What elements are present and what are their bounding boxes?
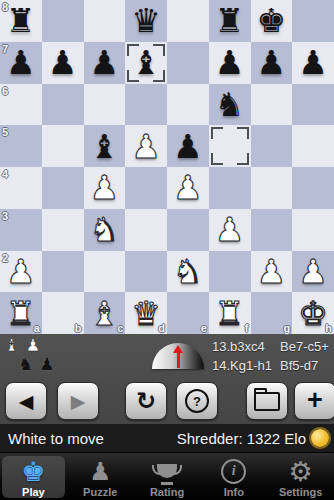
square-c1[interactable]: c♝ [84,292,126,334]
square-f6[interactable]: ♞ [209,84,251,126]
info-icon: i [221,459,246,484]
black-bishop-d7[interactable]: ♝ [131,42,161,83]
square-h6[interactable] [292,84,334,126]
white-knight-e2[interactable]: ♞ [173,251,203,292]
white-rook-a1[interactable]: ♜ [6,293,36,334]
square-c6[interactable] [84,84,126,126]
tab-rating[interactable]: Rating [134,453,201,500]
square-f7[interactable]: ♟ [209,42,251,84]
square-e5[interactable]: ♟ [167,125,209,167]
tab-bar: ♚ Play ♟ Puzzle Rating i Info ⚙ Settings [0,452,334,500]
square-b6[interactable] [42,84,84,126]
question-icon: ? [185,389,209,413]
square-c3[interactable]: ♞ [84,209,126,251]
black-pawn-c7[interactable]: ♟ [90,42,120,83]
square-d3[interactable] [125,209,167,251]
white-queen-d1[interactable]: ♛ [131,293,161,334]
forward-button[interactable]: ▶ [57,382,99,420]
black-pawn-e5[interactable]: ♟ [173,126,203,167]
engine-elo-label: Shredder: 1322 Elo [177,430,306,447]
square-f8[interactable]: ♜ [209,0,251,42]
gear-icon: ⚙ [288,458,312,485]
square-g8[interactable]: ♚ [251,0,293,42]
white-pawn-g2[interactable]: ♟ [257,251,287,292]
file-label: b [75,322,82,334]
white-pawn-h2[interactable]: ♟ [298,251,328,292]
new-game-button[interactable]: + [294,382,334,420]
black-rook-a8[interactable]: ♜ [6,0,36,41]
square-d7[interactable]: ♝ [125,42,167,84]
rank-label: 5 [2,126,8,138]
move-white: 14.Kg1-h1 [212,358,280,373]
square-b4[interactable] [42,167,84,209]
square-g3[interactable] [251,209,293,251]
black-pawn-h7[interactable]: ♟ [298,42,328,83]
rank-label: 3 [2,210,8,222]
captured-black-pawn: ♟ [39,355,54,374]
white-knight-c3[interactable]: ♞ [90,209,120,250]
black-king-g8[interactable]: ♚ [257,0,287,41]
file-label: e [201,322,207,334]
rotate-icon: ↻ [136,389,156,413]
tab-puzzle-label: Puzzle [83,486,117,498]
tab-puzzle[interactable]: ♟ Puzzle [67,453,134,500]
square-h7[interactable]: ♟ [292,42,334,84]
white-king-h1[interactable]: ♚ [298,293,328,334]
elo-sun-icon [311,429,329,447]
square-b2[interactable] [42,251,84,293]
square-b7[interactable]: ♟ [42,42,84,84]
square-e1[interactable]: e [167,292,209,334]
black-pawn-f7[interactable]: ♟ [215,42,245,83]
captured-pieces-tray: ♝♟♞♟ [4,336,124,378]
black-queen-d8[interactable]: ♛ [131,0,161,41]
square-a7[interactable]: 7♟ [0,42,42,84]
tab-rating-label: Rating [150,486,184,498]
tab-settings-label: Settings [279,486,322,498]
square-h2[interactable]: ♟ [292,251,334,293]
square-a1[interactable]: a♜ [0,292,42,334]
toolbar: ◀ ▶ ↻ ? + [0,380,334,420]
square-e4[interactable]: ♟ [167,167,209,209]
tab-play[interactable]: ♚ Play [0,453,67,500]
square-a6[interactable]: 6 [0,84,42,126]
back-button[interactable]: ◀ [5,382,47,420]
play-king-icon: ♚ [21,458,45,485]
square-a3[interactable]: 3 [0,209,42,251]
tab-settings[interactable]: ⚙ Settings [267,453,334,500]
square-g6[interactable] [251,84,293,126]
square-d8[interactable]: ♛ [125,0,167,42]
tab-info[interactable]: i Info [200,453,267,500]
back-icon: ◀ [19,392,34,411]
square-h8[interactable] [292,0,334,42]
status-bar: White to move Shredder: 1322 Elo [0,424,334,452]
white-rook-f1[interactable]: ♜ [215,293,245,334]
square-f4[interactable] [209,167,251,209]
square-h4[interactable] [292,167,334,209]
square-d1[interactable]: d♛ [125,292,167,334]
black-rook-f8[interactable]: ♜ [215,0,245,41]
hint-button[interactable]: ? [176,382,218,420]
white-pawn-c4[interactable]: ♟ [90,167,120,208]
plus-icon: + [307,387,323,414]
square-a5[interactable]: 5 [0,125,42,167]
evaluation-gauge [152,343,204,369]
square-a8[interactable]: 8♜ [0,0,42,42]
gauge-needle-arrowhead [173,345,183,353]
square-f2[interactable] [209,251,251,293]
square-d4[interactable] [125,167,167,209]
black-pawn-a7[interactable]: ♟ [6,42,36,83]
folder-icon [254,392,280,411]
rank-label: 6 [2,85,8,97]
square-g1[interactable]: g [251,292,293,334]
tab-play-label: Play [22,486,45,498]
puzzle-pawn-icon: ♟ [89,459,111,484]
square-f5[interactable] [209,125,251,167]
square-a2[interactable]: 2♟ [0,251,42,293]
turn-indicator: White to move [8,430,104,447]
white-pawn-d5[interactable]: ♟ [131,126,161,167]
square-b5[interactable] [42,125,84,167]
square-g5[interactable] [251,125,293,167]
square-c7[interactable]: ♟ [84,42,126,84]
square-h5[interactable] [292,125,334,167]
square-c2[interactable] [84,251,126,293]
square-c4[interactable]: ♟ [84,167,126,209]
rank-label: 4 [2,168,8,180]
square-h3[interactable] [292,209,334,251]
square-f1[interactable]: f♜ [209,292,251,334]
square-g7[interactable]: ♟ [251,42,293,84]
move-black: Be7-c5+ [280,339,332,354]
chess-board[interactable]: 8♜♛♜♚7♟♟♟♝♟♟♟6♞5♝♟♟4♟♟3♞♟2♟♞♟♟a♜bc♝d♛ef♜… [0,0,334,334]
square-e7[interactable] [167,42,209,84]
file-label: f [245,322,249,334]
move-black: Bf5-d7 [280,358,332,373]
gauge-needle [177,351,180,368]
load-game-button[interactable] [246,382,288,420]
black-pawn-b7[interactable]: ♟ [48,42,78,83]
square-a4[interactable]: 4 [0,167,42,209]
square-d6[interactable] [125,84,167,126]
captured-black-knight: ♞ [18,355,33,374]
square-b1[interactable]: b [42,292,84,334]
square-g4[interactable] [251,167,293,209]
trophy-icon [157,464,177,478]
tab-info-label: Info [224,486,244,498]
square-e3[interactable] [167,209,209,251]
black-knight-f6[interactable]: ♞ [215,84,245,125]
captured-white-bishop: ♝ [4,336,19,355]
shredder-chess-app: 8♜♛♜♚7♟♟♟♝♟♟♟6♞5♝♟♟4♟♟3♞♟2♟♞♟♟a♜bc♝d♛ef♜… [0,0,334,500]
last-move-marker [211,127,249,165]
move-list[interactable]: 13.b3xc4 Be7-c5+ 14.Kg1-h1 Bf5-d7 [212,339,332,373]
black-bishop-c5[interactable]: ♝ [90,126,120,167]
flip-board-button[interactable]: ↻ [125,382,167,420]
white-bishop-c1[interactable]: ♝ [90,293,120,334]
square-h1[interactable]: h♚ [292,292,334,334]
square-e6[interactable] [167,84,209,126]
square-d2[interactable] [125,251,167,293]
square-b8[interactable] [42,0,84,42]
engine-panel: ♝♟♞♟ 13.b3xc4 Be7-c5+ 14.Kg1-h1 Bf5-d7 ◀… [0,334,334,424]
white-pawn-a2[interactable]: ♟ [6,251,36,292]
square-g2[interactable]: ♟ [251,251,293,293]
forward-icon: ▶ [71,392,86,411]
square-e2[interactable]: ♞ [167,251,209,293]
square-c8[interactable] [84,0,126,42]
square-e8[interactable] [167,0,209,42]
move-white: 13.b3xc4 [212,339,280,354]
square-f3[interactable]: ♟ [209,209,251,251]
black-pawn-g7[interactable]: ♟ [257,42,287,83]
square-b3[interactable] [42,209,84,251]
captured-white-pawn: ♟ [25,336,40,355]
file-label: g [284,322,291,334]
square-d5[interactable]: ♟ [125,125,167,167]
white-pawn-e4[interactable]: ♟ [173,167,203,208]
white-pawn-f3[interactable]: ♟ [215,209,245,250]
square-c5[interactable]: ♝ [84,125,126,167]
